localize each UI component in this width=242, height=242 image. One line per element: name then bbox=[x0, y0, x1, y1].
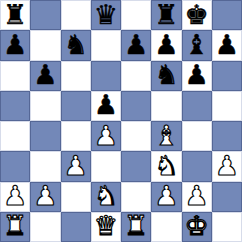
square-h7[interactable]: ♟ bbox=[212, 30, 242, 60]
black-pawn-icon[interactable]: ♟ bbox=[185, 61, 209, 88]
white-king-icon[interactable]: ♚ bbox=[185, 212, 209, 239]
black-pawn-icon[interactable]: ♟ bbox=[215, 31, 239, 58]
black-rook-icon[interactable]: ♜ bbox=[3, 1, 27, 28]
square-c4[interactable] bbox=[61, 121, 91, 151]
square-a3[interactable] bbox=[0, 151, 30, 181]
square-b4[interactable] bbox=[30, 121, 60, 151]
square-h2[interactable] bbox=[212, 182, 242, 212]
square-b7[interactable] bbox=[30, 30, 60, 60]
square-f1[interactable] bbox=[151, 212, 181, 242]
square-b5[interactable] bbox=[30, 91, 60, 121]
square-d6[interactable] bbox=[91, 61, 121, 91]
square-a8[interactable]: ♜ bbox=[0, 0, 30, 30]
square-g5[interactable] bbox=[182, 91, 212, 121]
square-c1[interactable] bbox=[61, 212, 91, 242]
black-pawn-icon[interactable]: ♟ bbox=[3, 31, 27, 58]
square-g2[interactable]: ♟ bbox=[182, 182, 212, 212]
square-f2[interactable]: ♟ bbox=[151, 182, 181, 212]
white-queen-icon[interactable]: ♛ bbox=[94, 212, 118, 239]
white-pawn-icon[interactable]: ♟ bbox=[94, 122, 118, 149]
chess-board: ♜♛♜♚♟♞♟♟♝♟♟♞♟♟♟♝♟♞♟♟♟♞♟♟♜♛♜♚ bbox=[0, 0, 242, 242]
square-h5[interactable] bbox=[212, 91, 242, 121]
square-e1[interactable]: ♜ bbox=[121, 212, 151, 242]
square-g6[interactable]: ♟ bbox=[182, 61, 212, 91]
square-d1[interactable]: ♛ bbox=[91, 212, 121, 242]
square-e6[interactable] bbox=[121, 61, 151, 91]
square-b1[interactable] bbox=[30, 212, 60, 242]
square-d4[interactable]: ♟ bbox=[91, 121, 121, 151]
black-pawn-icon[interactable]: ♟ bbox=[33, 61, 57, 88]
black-pawn-icon[interactable]: ♟ bbox=[124, 31, 148, 58]
square-h4[interactable] bbox=[212, 121, 242, 151]
black-bishop-icon[interactable]: ♝ bbox=[185, 31, 209, 58]
square-a5[interactable] bbox=[0, 91, 30, 121]
square-c5[interactable] bbox=[61, 91, 91, 121]
square-a4[interactable] bbox=[0, 121, 30, 151]
square-e7[interactable]: ♟ bbox=[121, 30, 151, 60]
square-d2[interactable]: ♞ bbox=[91, 182, 121, 212]
square-c2[interactable] bbox=[61, 182, 91, 212]
square-d5[interactable]: ♟ bbox=[91, 91, 121, 121]
square-e5[interactable] bbox=[121, 91, 151, 121]
square-f3[interactable]: ♞ bbox=[151, 151, 181, 181]
square-d8[interactable]: ♛ bbox=[91, 0, 121, 30]
square-c8[interactable] bbox=[61, 0, 91, 30]
square-h3[interactable]: ♟ bbox=[212, 151, 242, 181]
square-a1[interactable]: ♜ bbox=[0, 212, 30, 242]
square-d7[interactable] bbox=[91, 30, 121, 60]
black-pawn-icon[interactable]: ♟ bbox=[154, 31, 178, 58]
square-h1[interactable] bbox=[212, 212, 242, 242]
black-knight-icon[interactable]: ♞ bbox=[154, 61, 178, 88]
white-pawn-icon[interactable]: ♟ bbox=[64, 152, 88, 179]
black-rook-icon[interactable]: ♜ bbox=[154, 1, 178, 28]
square-b6[interactable]: ♟ bbox=[30, 61, 60, 91]
square-h8[interactable] bbox=[212, 0, 242, 30]
square-f6[interactable]: ♞ bbox=[151, 61, 181, 91]
white-rook-icon[interactable]: ♜ bbox=[124, 212, 148, 239]
black-knight-icon[interactable]: ♞ bbox=[64, 31, 88, 58]
white-pawn-icon[interactable]: ♟ bbox=[185, 182, 209, 209]
square-h6[interactable] bbox=[212, 61, 242, 91]
white-rook-icon[interactable]: ♜ bbox=[3, 212, 27, 239]
square-f7[interactable]: ♟ bbox=[151, 30, 181, 60]
square-g8[interactable]: ♚ bbox=[182, 0, 212, 30]
black-queen-icon[interactable]: ♛ bbox=[94, 1, 118, 28]
black-pawn-icon[interactable]: ♟ bbox=[94, 91, 118, 118]
white-pawn-icon[interactable]: ♟ bbox=[33, 182, 57, 209]
square-e8[interactable] bbox=[121, 0, 151, 30]
black-king-icon[interactable]: ♚ bbox=[185, 1, 209, 28]
square-b2[interactable]: ♟ bbox=[30, 182, 60, 212]
square-g3[interactable] bbox=[182, 151, 212, 181]
square-g1[interactable]: ♚ bbox=[182, 212, 212, 242]
white-pawn-icon[interactable]: ♟ bbox=[154, 182, 178, 209]
square-b3[interactable] bbox=[30, 151, 60, 181]
square-e2[interactable] bbox=[121, 182, 151, 212]
white-knight-icon[interactable]: ♞ bbox=[154, 152, 178, 179]
white-bishop-icon[interactable]: ♝ bbox=[154, 122, 178, 149]
square-a2[interactable]: ♟ bbox=[0, 182, 30, 212]
square-e3[interactable] bbox=[121, 151, 151, 181]
square-c7[interactable]: ♞ bbox=[61, 30, 91, 60]
square-c6[interactable] bbox=[61, 61, 91, 91]
square-f4[interactable]: ♝ bbox=[151, 121, 181, 151]
square-c3[interactable]: ♟ bbox=[61, 151, 91, 181]
square-g7[interactable]: ♝ bbox=[182, 30, 212, 60]
square-f8[interactable]: ♜ bbox=[151, 0, 181, 30]
square-a6[interactable] bbox=[0, 61, 30, 91]
square-e4[interactable] bbox=[121, 121, 151, 151]
white-pawn-icon[interactable]: ♟ bbox=[215, 152, 239, 179]
white-pawn-icon[interactable]: ♟ bbox=[3, 182, 27, 209]
square-f5[interactable] bbox=[151, 91, 181, 121]
square-a7[interactable]: ♟ bbox=[0, 30, 30, 60]
white-knight-icon[interactable]: ♞ bbox=[94, 182, 118, 209]
square-g4[interactable] bbox=[182, 121, 212, 151]
square-d3[interactable] bbox=[91, 151, 121, 181]
square-b8[interactable] bbox=[30, 0, 60, 30]
